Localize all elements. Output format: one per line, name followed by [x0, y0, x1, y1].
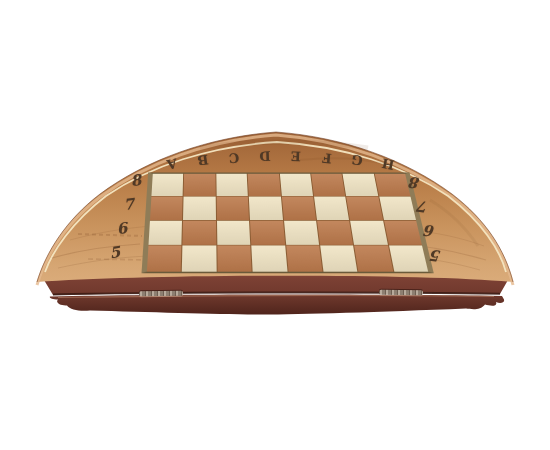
square-e5 [286, 246, 323, 272]
square-g6 [350, 220, 387, 245]
square-c7 [216, 196, 249, 219]
square-c8 [216, 174, 248, 196]
square-a8 [151, 174, 183, 196]
square-d5 [251, 246, 287, 272]
square-b5 [182, 246, 216, 272]
square-e6 [284, 220, 319, 245]
square-b6 [183, 220, 216, 245]
square-c5 [217, 246, 252, 272]
square-h7 [379, 196, 416, 219]
square-h5 [389, 246, 428, 272]
square-f5 [320, 246, 357, 272]
square-g5 [354, 246, 392, 272]
square-h6 [384, 220, 422, 245]
square-e7 [281, 196, 315, 219]
square-b7 [183, 196, 215, 219]
square-d7 [249, 196, 283, 219]
left-hinge [139, 291, 183, 296]
square-c6 [217, 220, 251, 245]
square-a6 [148, 220, 182, 245]
square-f7 [314, 196, 349, 219]
chess-board [142, 172, 434, 273]
square-g7 [346, 196, 382, 219]
chess-case-photo: ABCDEFGH87658765 [0, 0, 550, 450]
square-g8 [343, 174, 378, 196]
square-f8 [311, 174, 345, 196]
case-seam-line [53, 293, 500, 295]
square-h8 [374, 174, 410, 196]
square-f6 [317, 220, 353, 245]
case-base-moulding [50, 295, 504, 315]
square-a7 [150, 196, 183, 219]
right-hinge [379, 290, 423, 295]
square-e8 [279, 174, 312, 196]
square-d6 [250, 220, 285, 245]
square-b8 [184, 174, 216, 196]
square-d8 [248, 174, 281, 196]
square-a5 [147, 246, 182, 272]
